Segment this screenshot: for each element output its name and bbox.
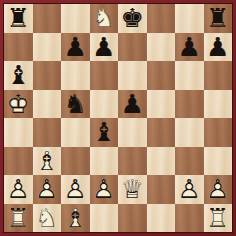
- square-e1[interactable]: [118, 204, 147, 233]
- square-c8[interactable]: [61, 4, 90, 33]
- square-f5[interactable]: [147, 90, 176, 119]
- square-b1[interactable]: ♞♘: [33, 204, 62, 233]
- square-e4[interactable]: [118, 118, 147, 147]
- piece-white-king[interactable]: ♚♔: [4, 90, 33, 119]
- square-a1[interactable]: ♜♖: [4, 204, 33, 233]
- square-f1[interactable]: [147, 204, 176, 233]
- square-g5[interactable]: [175, 90, 204, 119]
- square-h6[interactable]: [204, 61, 233, 90]
- square-a2[interactable]: ♟♙: [4, 175, 33, 204]
- square-b4[interactable]: [33, 118, 62, 147]
- square-g8[interactable]: [175, 4, 204, 33]
- piece-black-rook[interactable]: ♜: [204, 4, 233, 33]
- piece-white-pawn[interactable]: ♟♙: [4, 175, 33, 204]
- square-c1[interactable]: ♝♗: [61, 204, 90, 233]
- square-b6[interactable]: [33, 61, 62, 90]
- square-h3[interactable]: [204, 147, 233, 176]
- square-d4[interactable]: ♝: [90, 118, 119, 147]
- white-piece-outline: ♘: [33, 204, 62, 233]
- white-piece-outline: ♙: [175, 175, 204, 204]
- piece-black-rook[interactable]: ♜: [4, 4, 33, 33]
- square-a6[interactable]: ♝: [4, 61, 33, 90]
- white-piece-outline: ♖: [4, 204, 33, 233]
- square-e5[interactable]: ♟: [118, 90, 147, 119]
- square-c4[interactable]: [61, 118, 90, 147]
- square-g1[interactable]: [175, 204, 204, 233]
- square-d8[interactable]: ♞♘: [90, 4, 119, 33]
- piece-black-pawn[interactable]: ♟: [90, 33, 119, 62]
- square-a3[interactable]: [4, 147, 33, 176]
- piece-white-knight[interactable]: ♞♘: [33, 204, 62, 233]
- white-piece-outline: ♙: [33, 175, 62, 204]
- chess-board: ♜♞♘♚♜♟♟♟♟♝♚♔♞♟♝♝♗♟♙♟♙♟♙♟♙♛♕♟♙♟♙♜♖♞♘♝♗♜♖: [4, 4, 232, 232]
- square-d5[interactable]: [90, 90, 119, 119]
- square-f2[interactable]: [147, 175, 176, 204]
- square-g7[interactable]: ♟: [175, 33, 204, 62]
- square-h5[interactable]: [204, 90, 233, 119]
- square-c5[interactable]: ♞: [61, 90, 90, 119]
- square-c2[interactable]: ♟♙: [61, 175, 90, 204]
- white-piece-outline: ♘: [90, 4, 119, 33]
- piece-white-pawn[interactable]: ♟♙: [175, 175, 204, 204]
- white-piece-outline: ♗: [33, 147, 62, 176]
- piece-white-bishop[interactable]: ♝♗: [33, 147, 62, 176]
- white-piece-outline: ♙: [90, 175, 119, 204]
- piece-black-knight[interactable]: ♞: [61, 90, 90, 119]
- square-g4[interactable]: [175, 118, 204, 147]
- white-piece-outline: ♙: [204, 175, 233, 204]
- square-e3[interactable]: [118, 147, 147, 176]
- square-a5[interactable]: ♚♔: [4, 90, 33, 119]
- square-h8[interactable]: ♜: [204, 4, 233, 33]
- piece-white-rook[interactable]: ♜♖: [204, 204, 233, 233]
- square-g2[interactable]: ♟♙: [175, 175, 204, 204]
- square-c6[interactable]: [61, 61, 90, 90]
- chess-board-frame: ♜♞♘♚♜♟♟♟♟♝♚♔♞♟♝♝♗♟♙♟♙♟♙♟♙♛♕♟♙♟♙♜♖♞♘♝♗♜♖: [0, 0, 236, 236]
- square-e6[interactable]: [118, 61, 147, 90]
- square-a8[interactable]: ♜: [4, 4, 33, 33]
- white-piece-outline: ♙: [61, 175, 90, 204]
- piece-black-king[interactable]: ♚: [118, 4, 147, 33]
- square-d7[interactable]: ♟: [90, 33, 119, 62]
- square-f3[interactable]: [147, 147, 176, 176]
- square-b5[interactable]: [33, 90, 62, 119]
- piece-black-bishop[interactable]: ♝: [4, 61, 33, 90]
- square-e2[interactable]: ♛♕: [118, 175, 147, 204]
- piece-white-pawn[interactable]: ♟♙: [90, 175, 119, 204]
- white-piece-outline: ♔: [4, 90, 33, 119]
- square-c7[interactable]: ♟: [61, 33, 90, 62]
- piece-black-pawn[interactable]: ♟: [204, 33, 233, 62]
- square-f4[interactable]: [147, 118, 176, 147]
- piece-black-bishop[interactable]: ♝: [90, 118, 119, 147]
- square-c3[interactable]: [61, 147, 90, 176]
- square-a4[interactable]: [4, 118, 33, 147]
- square-b8[interactable]: [33, 4, 62, 33]
- square-h7[interactable]: ♟: [204, 33, 233, 62]
- piece-white-pawn[interactable]: ♟♙: [204, 175, 233, 204]
- piece-black-pawn[interactable]: ♟: [118, 90, 147, 119]
- piece-white-rook[interactable]: ♜♖: [4, 204, 33, 233]
- square-e7[interactable]: [118, 33, 147, 62]
- square-h1[interactable]: ♜♖: [204, 204, 233, 233]
- square-b2[interactable]: ♟♙: [33, 175, 62, 204]
- square-d2[interactable]: ♟♙: [90, 175, 119, 204]
- white-piece-outline: ♖: [204, 204, 233, 233]
- square-d6[interactable]: [90, 61, 119, 90]
- piece-white-pawn[interactable]: ♟♙: [33, 175, 62, 204]
- square-h4[interactable]: [204, 118, 233, 147]
- piece-white-pawn[interactable]: ♟♙: [61, 175, 90, 204]
- square-h2[interactable]: ♟♙: [204, 175, 233, 204]
- white-piece-outline: ♕: [118, 175, 147, 204]
- white-piece-outline: ♙: [4, 175, 33, 204]
- square-g3[interactable]: [175, 147, 204, 176]
- piece-white-knight[interactable]: ♞♘: [90, 4, 119, 33]
- square-a7[interactable]: [4, 33, 33, 62]
- piece-black-pawn[interactable]: ♟: [175, 33, 204, 62]
- square-e8[interactable]: ♚: [118, 4, 147, 33]
- square-f8[interactable]: [147, 4, 176, 33]
- piece-white-queen[interactable]: ♛♕: [118, 175, 147, 204]
- square-d3[interactable]: [90, 147, 119, 176]
- square-d1[interactable]: [90, 204, 119, 233]
- square-f6[interactable]: [147, 61, 176, 90]
- square-f7[interactable]: [147, 33, 176, 62]
- square-g6[interactable]: [175, 61, 204, 90]
- piece-white-bishop[interactable]: ♝♗: [61, 204, 90, 233]
- square-b7[interactable]: [33, 33, 62, 62]
- piece-black-pawn[interactable]: ♟: [61, 33, 90, 62]
- white-piece-outline: ♗: [61, 204, 90, 233]
- square-b3[interactable]: ♝♗: [33, 147, 62, 176]
